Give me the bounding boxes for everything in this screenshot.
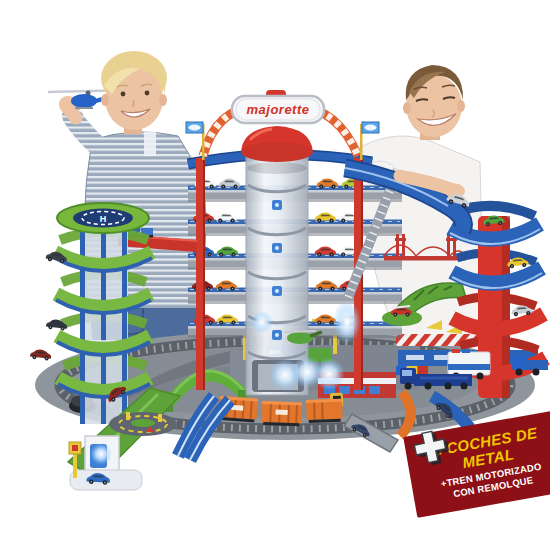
scene-canvas: majorette <box>0 0 550 550</box>
helipad-letter: H <box>100 214 107 224</box>
elevator-tower <box>241 126 313 395</box>
helipad: H <box>57 203 149 233</box>
roundabout <box>109 412 177 436</box>
majorette-sign: majorette <box>232 90 324 123</box>
product-photo: majorette <box>0 0 550 550</box>
brand-logo-text: majorette <box>246 102 309 117</box>
